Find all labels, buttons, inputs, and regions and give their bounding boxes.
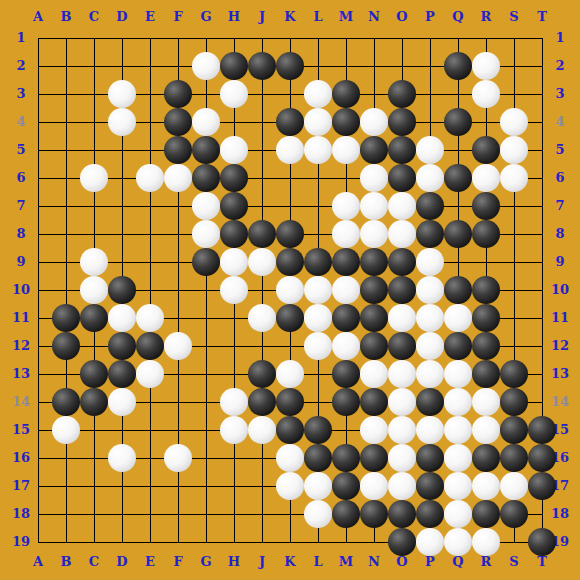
row-label-left: 1	[9, 30, 33, 46]
stone-black[interactable]	[276, 220, 304, 248]
stone-black[interactable]	[332, 304, 360, 332]
stone-white[interactable]	[472, 416, 500, 444]
stone-white[interactable]	[360, 164, 388, 192]
stone-black[interactable]	[472, 444, 500, 472]
column-label-top: Q	[446, 9, 470, 25]
row-label-right: 10	[548, 282, 572, 298]
stone-black[interactable]	[80, 388, 108, 416]
stone-white[interactable]	[472, 80, 500, 108]
stone-black[interactable]	[472, 276, 500, 304]
column-label-bottom: G	[194, 554, 218, 570]
stone-black[interactable]	[220, 52, 248, 80]
stone-black[interactable]	[360, 136, 388, 164]
stone-white[interactable]	[304, 80, 332, 108]
column-label-bottom: T	[530, 554, 554, 570]
stone-black[interactable]	[304, 416, 332, 444]
stone-black[interactable]	[220, 220, 248, 248]
stone-black[interactable]	[444, 108, 472, 136]
stone-white[interactable]	[332, 332, 360, 360]
stone-white[interactable]	[332, 220, 360, 248]
stone-white[interactable]	[276, 136, 304, 164]
column-label-bottom: F	[166, 554, 190, 570]
stone-black[interactable]	[304, 444, 332, 472]
stone-white[interactable]	[444, 444, 472, 472]
stone-white[interactable]	[192, 52, 220, 80]
stone-white[interactable]	[304, 500, 332, 528]
row-label-left: 15	[9, 422, 33, 438]
stone-black[interactable]	[444, 220, 472, 248]
stone-white[interactable]	[332, 276, 360, 304]
stone-black[interactable]	[416, 220, 444, 248]
stone-black[interactable]	[248, 360, 276, 388]
stone-black[interactable]	[416, 500, 444, 528]
row-label-right: 8	[548, 226, 572, 242]
stone-black[interactable]	[416, 388, 444, 416]
stone-black[interactable]	[332, 80, 360, 108]
stone-white[interactable]	[416, 248, 444, 276]
stone-white[interactable]	[304, 276, 332, 304]
stone-black[interactable]	[332, 108, 360, 136]
stone-white[interactable]	[164, 444, 192, 472]
stone-black[interactable]	[416, 192, 444, 220]
column-label-top: G	[194, 9, 218, 25]
row-label-left: 19	[9, 534, 33, 550]
stone-black[interactable]	[416, 444, 444, 472]
column-label-top: D	[110, 9, 134, 25]
stone-white[interactable]	[304, 304, 332, 332]
stone-black[interactable]	[276, 108, 304, 136]
stone-white[interactable]	[220, 80, 248, 108]
stone-white[interactable]	[332, 136, 360, 164]
column-label-top: B	[54, 9, 78, 25]
stone-white[interactable]	[388, 388, 416, 416]
row-label-left: 8	[9, 226, 33, 242]
row-label-right: 2	[548, 58, 572, 74]
stone-white[interactable]	[332, 192, 360, 220]
stone-black[interactable]	[388, 108, 416, 136]
stone-black[interactable]	[472, 136, 500, 164]
stone-black[interactable]	[444, 332, 472, 360]
row-label-right: 18	[548, 506, 572, 522]
column-label-bottom: Q	[446, 554, 470, 570]
row-label-left: 6	[9, 170, 33, 186]
stone-black[interactable]	[332, 444, 360, 472]
stone-white[interactable]	[388, 360, 416, 388]
stone-black[interactable]	[136, 332, 164, 360]
stone-black[interactable]	[276, 388, 304, 416]
stone-black[interactable]	[388, 164, 416, 192]
stone-black[interactable]	[164, 136, 192, 164]
stone-black[interactable]	[416, 472, 444, 500]
column-label-top: F	[166, 9, 190, 25]
stone-black[interactable]	[332, 360, 360, 388]
stone-black[interactable]	[332, 388, 360, 416]
column-label-top: A	[26, 9, 50, 25]
stone-black[interactable]	[276, 52, 304, 80]
column-label-bottom: N	[362, 554, 386, 570]
column-label-bottom: R	[474, 554, 498, 570]
column-label-bottom: B	[54, 554, 78, 570]
stone-black[interactable]	[248, 52, 276, 80]
column-label-top: H	[222, 9, 246, 25]
row-label-right: 14	[548, 394, 572, 410]
stone-white[interactable]	[192, 192, 220, 220]
stone-white[interactable]	[360, 220, 388, 248]
stone-black[interactable]	[500, 444, 528, 472]
stone-black[interactable]	[444, 276, 472, 304]
stone-white[interactable]	[360, 192, 388, 220]
stone-white[interactable]	[248, 416, 276, 444]
row-label-left: 7	[9, 198, 33, 214]
stone-white[interactable]	[360, 108, 388, 136]
stone-black[interactable]	[332, 500, 360, 528]
column-label-bottom: J	[250, 554, 274, 570]
stone-white[interactable]	[444, 528, 472, 556]
stone-black[interactable]	[108, 360, 136, 388]
column-label-top: M	[334, 9, 358, 25]
stone-white[interactable]	[444, 304, 472, 332]
stone-black[interactable]	[388, 276, 416, 304]
stone-white[interactable]	[444, 360, 472, 388]
stone-black[interactable]	[388, 248, 416, 276]
column-label-bottom: C	[82, 554, 106, 570]
stone-black[interactable]	[500, 500, 528, 528]
row-label-right: 12	[548, 338, 572, 354]
stone-black[interactable]	[472, 220, 500, 248]
stone-black[interactable]	[332, 472, 360, 500]
stone-black[interactable]	[108, 276, 136, 304]
stone-white[interactable]	[500, 108, 528, 136]
stone-white[interactable]	[444, 388, 472, 416]
stone-black[interactable]	[248, 388, 276, 416]
row-label-right: 11	[548, 310, 572, 326]
stone-white[interactable]	[416, 360, 444, 388]
row-label-right: 1	[548, 30, 572, 46]
stone-black[interactable]	[276, 248, 304, 276]
stone-white[interactable]	[472, 52, 500, 80]
row-label-right: 9	[548, 254, 572, 270]
column-label-bottom: S	[502, 554, 526, 570]
stone-black[interactable]	[304, 248, 332, 276]
stone-black[interactable]	[472, 360, 500, 388]
stone-white[interactable]	[500, 164, 528, 192]
stone-black[interactable]	[360, 388, 388, 416]
stone-white[interactable]	[136, 360, 164, 388]
stone-black[interactable]	[500, 388, 528, 416]
stone-white[interactable]	[108, 444, 136, 472]
stone-black[interactable]	[192, 164, 220, 192]
stone-black[interactable]	[80, 360, 108, 388]
stone-white[interactable]	[416, 136, 444, 164]
stone-white[interactable]	[416, 416, 444, 444]
stone-black[interactable]	[444, 52, 472, 80]
row-label-left: 11	[9, 310, 33, 326]
stone-black[interactable]	[500, 360, 528, 388]
stone-white[interactable]	[192, 220, 220, 248]
stone-white[interactable]	[108, 388, 136, 416]
stone-white[interactable]	[500, 472, 528, 500]
column-label-bottom: D	[110, 554, 134, 570]
stone-white[interactable]	[80, 276, 108, 304]
stone-black[interactable]	[444, 164, 472, 192]
stone-black[interactable]	[360, 500, 388, 528]
stone-white[interactable]	[500, 136, 528, 164]
stone-black[interactable]	[528, 528, 556, 556]
stone-black[interactable]	[388, 528, 416, 556]
stone-white[interactable]	[108, 304, 136, 332]
row-label-right: 13	[548, 366, 572, 382]
stone-white[interactable]	[388, 304, 416, 332]
stone-white[interactable]	[220, 136, 248, 164]
column-label-bottom: P	[418, 554, 442, 570]
column-label-bottom: H	[222, 554, 246, 570]
stone-black[interactable]	[360, 332, 388, 360]
column-label-top: C	[82, 9, 106, 25]
stone-black[interactable]	[528, 416, 556, 444]
stone-white[interactable]	[220, 416, 248, 444]
stone-black[interactable]	[108, 332, 136, 360]
stone-black[interactable]	[220, 192, 248, 220]
stone-black[interactable]	[360, 276, 388, 304]
column-label-top: P	[418, 9, 442, 25]
column-label-top: J	[250, 9, 274, 25]
go-board-screen: AABBCCDDEEFFGGHHJJKKLLMMNNOOPPQQRRSSTT11…	[0, 0, 580, 580]
stone-white[interactable]	[472, 388, 500, 416]
stone-black[interactable]	[52, 332, 80, 360]
column-label-top: L	[306, 9, 330, 25]
stone-white[interactable]	[192, 108, 220, 136]
column-label-bottom: M	[334, 554, 358, 570]
row-label-left: 18	[9, 506, 33, 522]
row-label-left: 4	[9, 114, 33, 130]
stone-black[interactable]	[472, 304, 500, 332]
stone-white[interactable]	[360, 416, 388, 444]
stone-black[interactable]	[276, 416, 304, 444]
column-label-top: K	[278, 9, 302, 25]
stone-black[interactable]	[360, 444, 388, 472]
stone-black[interactable]	[220, 164, 248, 192]
stone-white[interactable]	[416, 164, 444, 192]
stone-black[interactable]	[164, 80, 192, 108]
stone-black[interactable]	[276, 304, 304, 332]
column-label-top: T	[530, 9, 554, 25]
stone-white[interactable]	[388, 472, 416, 500]
row-label-left: 13	[9, 366, 33, 382]
stone-white[interactable]	[304, 136, 332, 164]
column-label-top: N	[362, 9, 386, 25]
column-label-bottom: L	[306, 554, 330, 570]
row-label-left: 12	[9, 338, 33, 354]
stone-black[interactable]	[360, 248, 388, 276]
stone-white[interactable]	[388, 444, 416, 472]
row-label-left: 2	[9, 58, 33, 74]
stone-black[interactable]	[472, 192, 500, 220]
column-label-top: R	[474, 9, 498, 25]
stone-white[interactable]	[360, 472, 388, 500]
stone-black[interactable]	[52, 388, 80, 416]
stone-black[interactable]	[388, 80, 416, 108]
row-label-right: 4	[548, 114, 572, 130]
stone-white[interactable]	[304, 472, 332, 500]
stone-black[interactable]	[360, 304, 388, 332]
stone-white[interactable]	[388, 192, 416, 220]
stone-white[interactable]	[108, 108, 136, 136]
stone-white[interactable]	[164, 164, 192, 192]
stone-black[interactable]	[388, 500, 416, 528]
row-label-right: 6	[548, 170, 572, 186]
column-label-bottom: O	[390, 554, 414, 570]
stone-white[interactable]	[248, 304, 276, 332]
stone-white[interactable]	[472, 164, 500, 192]
stone-white[interactable]	[304, 108, 332, 136]
stone-white[interactable]	[472, 528, 500, 556]
stone-white[interactable]	[276, 444, 304, 472]
stone-white[interactable]	[136, 164, 164, 192]
row-label-left: 17	[9, 478, 33, 494]
stone-black[interactable]	[80, 304, 108, 332]
row-label-right: 3	[548, 86, 572, 102]
stone-black[interactable]	[192, 248, 220, 276]
column-label-bottom: A	[26, 554, 50, 570]
stone-white[interactable]	[220, 276, 248, 304]
stone-white[interactable]	[80, 164, 108, 192]
stone-white[interactable]	[388, 220, 416, 248]
stone-white[interactable]	[276, 360, 304, 388]
stone-white[interactable]	[416, 276, 444, 304]
stone-white[interactable]	[136, 304, 164, 332]
column-label-top: S	[502, 9, 526, 25]
stone-white[interactable]	[304, 332, 332, 360]
row-label-left: 9	[9, 254, 33, 270]
column-label-bottom: E	[138, 554, 162, 570]
stone-white[interactable]	[444, 416, 472, 444]
column-label-top: E	[138, 9, 162, 25]
stone-white[interactable]	[276, 472, 304, 500]
stone-black[interactable]	[388, 332, 416, 360]
row-label-left: 10	[9, 282, 33, 298]
stone-white[interactable]	[416, 332, 444, 360]
stone-black[interactable]	[528, 444, 556, 472]
stone-white[interactable]	[220, 388, 248, 416]
stone-white[interactable]	[416, 304, 444, 332]
row-label-left: 16	[9, 450, 33, 466]
column-label-bottom: K	[278, 554, 302, 570]
stone-white[interactable]	[444, 500, 472, 528]
stone-white[interactable]	[80, 248, 108, 276]
column-label-top: O	[390, 9, 414, 25]
row-label-left: 14	[9, 394, 33, 410]
row-label-left: 5	[9, 142, 33, 158]
stone-black[interactable]	[500, 416, 528, 444]
stone-white[interactable]	[108, 80, 136, 108]
stone-white[interactable]	[220, 248, 248, 276]
stone-black[interactable]	[388, 136, 416, 164]
stone-black[interactable]	[248, 220, 276, 248]
stone-white[interactable]	[164, 332, 192, 360]
stone-white[interactable]	[416, 528, 444, 556]
stone-black[interactable]	[192, 136, 220, 164]
stone-black[interactable]	[52, 304, 80, 332]
stone-white[interactable]	[388, 416, 416, 444]
row-label-left: 3	[9, 86, 33, 102]
stone-white[interactable]	[472, 472, 500, 500]
row-label-right: 7	[548, 198, 572, 214]
stone-white[interactable]	[444, 472, 472, 500]
stone-white[interactable]	[360, 360, 388, 388]
stone-white[interactable]	[248, 248, 276, 276]
stone-black[interactable]	[472, 500, 500, 528]
stone-white[interactable]	[276, 276, 304, 304]
stone-black[interactable]	[528, 472, 556, 500]
stone-black[interactable]	[332, 248, 360, 276]
row-label-right: 5	[548, 142, 572, 158]
stone-black[interactable]	[472, 332, 500, 360]
stone-black[interactable]	[164, 108, 192, 136]
stone-white[interactable]	[52, 416, 80, 444]
